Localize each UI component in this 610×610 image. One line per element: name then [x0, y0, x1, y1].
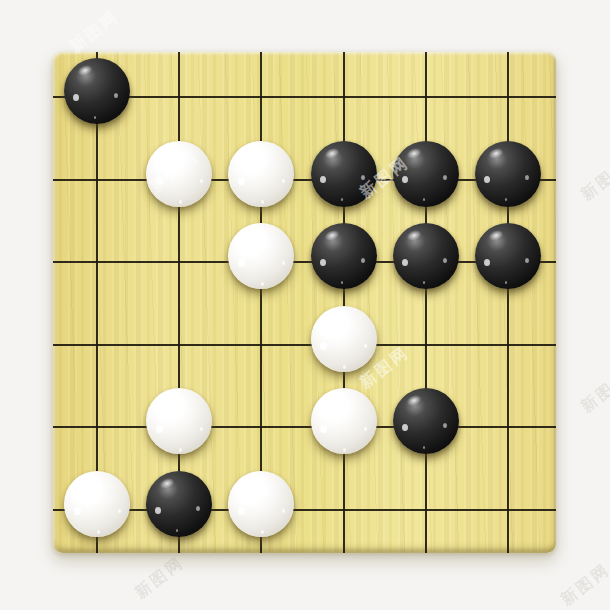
white-stone[interactable]	[146, 141, 212, 207]
black-stone[interactable]	[146, 471, 212, 537]
watermark-text: 新图网	[66, 6, 124, 58]
go-board[interactable]	[53, 52, 556, 553]
stones-grid	[56, 56, 549, 552]
board-point	[138, 138, 220, 221]
white-stone[interactable]	[146, 388, 212, 454]
black-stone[interactable]	[311, 223, 377, 289]
black-stone[interactable]	[475, 223, 541, 289]
board-point	[302, 221, 384, 304]
white-stone[interactable]	[228, 141, 294, 207]
board-point	[467, 138, 549, 221]
black-stone[interactable]	[475, 141, 541, 207]
board-point	[56, 469, 138, 552]
board-point	[385, 138, 467, 221]
board-point	[220, 221, 302, 304]
white-stone[interactable]	[228, 223, 294, 289]
board-point	[385, 386, 467, 469]
black-stone[interactable]	[393, 388, 459, 454]
board-point	[302, 303, 384, 386]
board-point	[56, 56, 138, 139]
black-stone[interactable]	[393, 141, 459, 207]
board-point	[467, 221, 549, 304]
watermark-text: 新图网	[557, 559, 610, 610]
watermark-text: 新图网	[577, 154, 610, 206]
black-stone[interactable]	[64, 58, 130, 124]
board-point	[302, 138, 384, 221]
board-point	[220, 138, 302, 221]
board-point	[220, 469, 302, 552]
watermark-text: 新图网	[131, 552, 189, 604]
black-stone[interactable]	[393, 223, 459, 289]
black-stone[interactable]	[311, 141, 377, 207]
watermark-text: 新图网	[577, 366, 610, 418]
board-point	[138, 386, 220, 469]
white-stone[interactable]	[311, 306, 377, 372]
board-point	[302, 386, 384, 469]
white-stone[interactable]	[311, 388, 377, 454]
white-stone[interactable]	[64, 471, 130, 537]
board-point	[138, 469, 220, 552]
board-point	[385, 221, 467, 304]
white-stone[interactable]	[228, 471, 294, 537]
image-canvas: 新图网新图网新图网新图网新图网新图网新图网新图网	[0, 0, 610, 610]
